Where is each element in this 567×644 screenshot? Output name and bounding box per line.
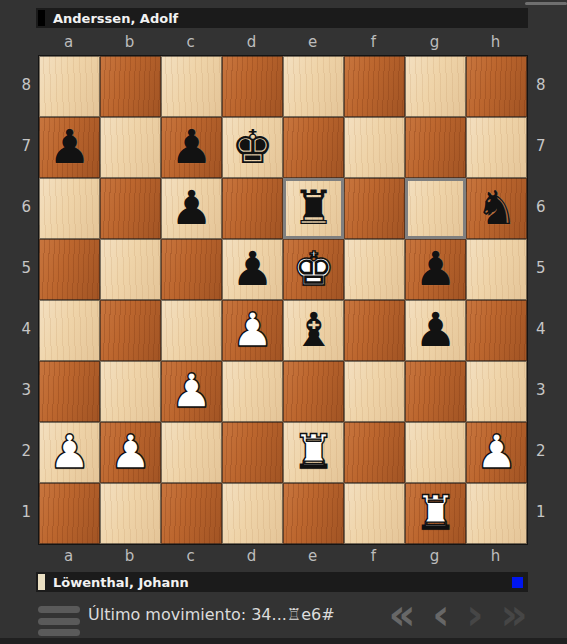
menu-icon[interactable] [38, 606, 80, 636]
square-c5[interactable] [161, 239, 222, 300]
previous-move-button[interactable]: ‹ [427, 592, 455, 638]
file-label-h: h [465, 545, 526, 567]
player-bar-black: Anderssen, Adolf [36, 8, 528, 28]
square-a2[interactable]: ♟ [39, 422, 100, 483]
square-h8[interactable] [466, 56, 527, 117]
file-label-c: c [160, 545, 221, 567]
square-g2[interactable] [405, 422, 466, 483]
square-d5[interactable]: ♟ [222, 239, 283, 300]
next-move-button[interactable]: › [461, 592, 489, 638]
square-f7[interactable] [344, 117, 405, 178]
square-c4[interactable] [161, 300, 222, 361]
square-c6[interactable]: ♟ [161, 178, 222, 239]
square-g4[interactable]: ♟ [405, 300, 466, 361]
square-f3[interactable] [344, 361, 405, 422]
file-label-h: h [465, 31, 526, 53]
rank-label-8: 8 [527, 55, 567, 116]
rank-label-7: 7 [527, 116, 567, 177]
last-move-button[interactable]: » [495, 592, 533, 638]
black-player-name: Anderssen, Adolf [53, 11, 178, 26]
black-pawn: ♟ [405, 239, 466, 300]
square-g7[interactable] [405, 117, 466, 178]
rank-label-8: 8 [0, 55, 38, 116]
white-pawn: ♟ [466, 422, 527, 483]
black-bishop: ♝ [283, 300, 344, 361]
square-a7[interactable]: ♟ [39, 117, 100, 178]
square-h2[interactable]: ♟ [466, 422, 527, 483]
square-b8[interactable] [100, 56, 161, 117]
square-a1[interactable] [39, 483, 100, 544]
turn-indicator [512, 577, 523, 588]
square-a3[interactable] [39, 361, 100, 422]
player-bar-white: Löwenthal, Johann [36, 572, 528, 592]
square-e3[interactable] [283, 361, 344, 422]
rank-label-2: 2 [0, 421, 38, 482]
rank-label-3: 3 [0, 360, 38, 421]
rank-label-6: 6 [0, 177, 38, 238]
rank-coords-right: 87654321 [527, 55, 567, 545]
file-label-c: c [160, 31, 221, 53]
white-pawn: ♟ [222, 300, 283, 361]
white-rook: ♜ [283, 422, 344, 483]
black-pawn: ♟ [222, 239, 283, 300]
file-label-d: d [221, 31, 282, 53]
square-b1[interactable] [100, 483, 161, 544]
square-b2[interactable]: ♟ [100, 422, 161, 483]
square-e1[interactable] [283, 483, 344, 544]
rank-label-5: 5 [527, 238, 567, 299]
square-f1[interactable] [344, 483, 405, 544]
white-player-name: Löwenthal, Johann [53, 575, 189, 590]
square-c7[interactable]: ♟ [161, 117, 222, 178]
file-label-f: f [343, 31, 404, 53]
white-king: ♚ [283, 239, 344, 300]
rank-label-3: 3 [527, 360, 567, 421]
last-move-text: Último movimiento: 34...♖e6# [88, 592, 335, 638]
file-coords-top: abcdefgh [38, 31, 528, 53]
file-label-g: g [404, 31, 465, 53]
black-pawn: ♟ [161, 178, 222, 239]
square-c1[interactable] [161, 483, 222, 544]
square-d2[interactable] [222, 422, 283, 483]
square-a6[interactable] [39, 178, 100, 239]
square-f8[interactable] [344, 56, 405, 117]
square-g6[interactable] [405, 178, 466, 239]
white-rook: ♜ [405, 483, 466, 544]
square-c8[interactable] [161, 56, 222, 117]
white-pawn: ♟ [39, 422, 100, 483]
square-d3[interactable] [222, 361, 283, 422]
square-h3[interactable] [466, 361, 527, 422]
rank-label-1: 1 [0, 482, 38, 543]
square-h1[interactable] [466, 483, 527, 544]
square-b3[interactable] [100, 361, 161, 422]
rank-label-5: 5 [0, 238, 38, 299]
white-pawn: ♟ [100, 422, 161, 483]
file-label-g: g [404, 545, 465, 567]
move-navigation: « ‹ › » [383, 592, 533, 638]
file-label-a: a [38, 31, 99, 53]
square-d8[interactable] [222, 56, 283, 117]
square-h5[interactable] [466, 239, 527, 300]
chess-app: Anderssen, Adolf abcdefgh 87654321 87654… [0, 0, 567, 644]
square-g3[interactable] [405, 361, 466, 422]
square-d6[interactable] [222, 178, 283, 239]
rank-label-4: 4 [527, 299, 567, 360]
file-label-a: a [38, 545, 99, 567]
square-d4[interactable]: ♟ [222, 300, 283, 361]
black-rook: ♜ [283, 178, 344, 239]
black-knight: ♞ [466, 178, 527, 239]
square-a5[interactable] [39, 239, 100, 300]
file-label-b: b [99, 31, 160, 53]
rank-label-1: 1 [527, 482, 567, 543]
square-g8[interactable] [405, 56, 466, 117]
square-c3[interactable]: ♟ [161, 361, 222, 422]
black-king: ♚ [222, 117, 283, 178]
rank-coords-left: 87654321 [0, 55, 38, 545]
square-b4[interactable] [100, 300, 161, 361]
square-h6[interactable]: ♞ [466, 178, 527, 239]
file-label-d: d [221, 545, 282, 567]
black-pawn: ♟ [39, 117, 100, 178]
square-e6[interactable]: ♜ [283, 178, 344, 239]
square-b5[interactable] [100, 239, 161, 300]
square-c2[interactable] [161, 422, 222, 483]
rank-label-6: 6 [527, 177, 567, 238]
square-f4[interactable] [344, 300, 405, 361]
square-e7[interactable] [283, 117, 344, 178]
rank-label-2: 2 [527, 421, 567, 482]
rank-label-4: 4 [0, 299, 38, 360]
file-label-b: b [99, 545, 160, 567]
black-pawn: ♟ [161, 117, 222, 178]
square-d7[interactable]: ♚ [222, 117, 283, 178]
square-f6[interactable] [344, 178, 405, 239]
square-h4[interactable] [466, 300, 527, 361]
square-b7[interactable] [100, 117, 161, 178]
square-e2[interactable]: ♜ [283, 422, 344, 483]
black-pawn: ♟ [405, 300, 466, 361]
square-e5[interactable]: ♚ [283, 239, 344, 300]
square-g1[interactable]: ♜ [405, 483, 466, 544]
black-pieces-indicator-icon [38, 10, 45, 26]
square-g5[interactable]: ♟ [405, 239, 466, 300]
file-label-e: e [282, 31, 343, 53]
file-label-f: f [343, 545, 404, 567]
square-e8[interactable] [283, 56, 344, 117]
square-f5[interactable] [344, 239, 405, 300]
scrollbar-indicator[interactable] [525, 2, 567, 5]
square-f2[interactable] [344, 422, 405, 483]
white-pawn: ♟ [161, 361, 222, 422]
square-a4[interactable] [39, 300, 100, 361]
bottom-edge-strip [0, 638, 567, 644]
square-d1[interactable] [222, 483, 283, 544]
white-pieces-indicator-icon [38, 574, 45, 590]
chess-board: ♟♟♚♟♜♞♟♚♟♟♝♟♟♟♟♜♟♜ [38, 55, 528, 545]
file-label-e: e [282, 545, 343, 567]
square-h7[interactable] [466, 117, 527, 178]
file-coords-bottom: abcdefgh [38, 545, 528, 567]
square-b6[interactable] [100, 178, 161, 239]
square-a8[interactable] [39, 56, 100, 117]
rank-label-7: 7 [0, 116, 38, 177]
square-e4[interactable]: ♝ [283, 300, 344, 361]
first-move-button[interactable]: « [383, 592, 421, 638]
